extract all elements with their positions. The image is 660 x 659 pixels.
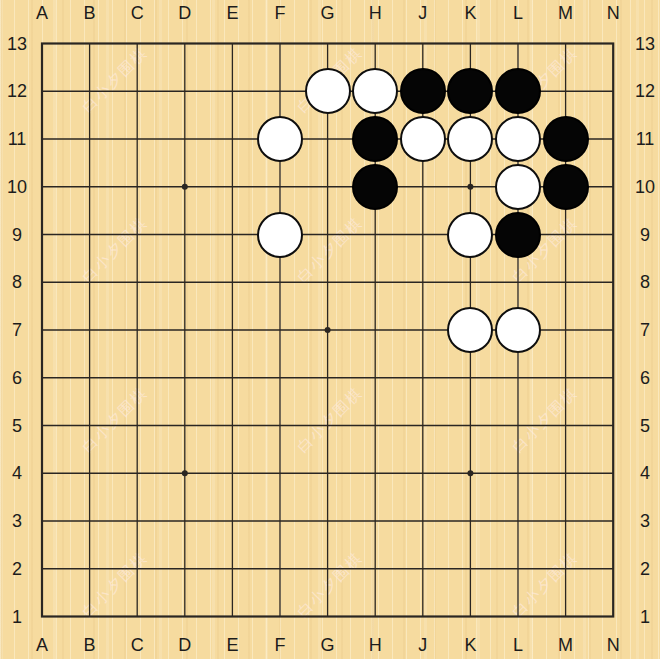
intersection-F6[interactable] [256,354,304,402]
intersection-C13[interactable] [113,20,161,68]
intersection-E4[interactable] [209,449,257,497]
intersection-N2[interactable] [589,545,637,593]
intersection-F4[interactable] [256,449,304,497]
row-label-right-3: 3 [640,512,650,530]
intersection-G7[interactable] [304,306,352,354]
intersection-L7[interactable] [494,306,542,354]
intersection-C12[interactable] [113,67,161,115]
stone-black-L12[interactable] [495,68,541,114]
intersection-G1[interactable] [304,593,352,641]
intersection-B5[interactable] [66,402,114,450]
intersection-M9[interactable] [542,211,590,259]
intersection-N3[interactable] [589,497,637,545]
intersection-A12[interactable] [18,67,66,115]
intersection-M11[interactable] [542,115,590,163]
row-label-right-1: 1 [640,608,650,626]
intersection-N12[interactable] [589,67,637,115]
intersection-J13[interactable] [399,20,447,68]
intersection-G13[interactable] [304,20,352,68]
intersection-F9[interactable] [256,211,304,259]
intersection-H10[interactable] [351,163,399,211]
intersection-L9[interactable] [494,211,542,259]
intersection-F2[interactable] [256,545,304,593]
intersection-F3[interactable] [256,497,304,545]
intersection-L11[interactable] [494,115,542,163]
row-label-right-4: 4 [640,464,650,482]
intersection-F7[interactable] [256,306,304,354]
intersection-F8[interactable] [256,258,304,306]
intersection-B2[interactable] [66,545,114,593]
intersection-J4[interactable] [399,449,447,497]
intersection-D1[interactable] [161,593,209,641]
intersection-E8[interactable] [209,258,257,306]
intersection-D3[interactable] [161,497,209,545]
stone-white-J11[interactable] [400,116,446,162]
intersection-M12[interactable] [542,67,590,115]
intersection-E2[interactable] [209,545,257,593]
intersection-N13[interactable] [589,20,637,68]
intersection-A8[interactable] [18,258,66,306]
intersection-D7[interactable] [161,306,209,354]
intersection-D4[interactable] [161,449,209,497]
stone-white-L7[interactable] [495,307,541,353]
intersection-J2[interactable] [399,545,447,593]
row-label-right-6: 6 [640,369,650,387]
intersection-E1[interactable] [209,593,257,641]
intersection-M6[interactable] [542,354,590,402]
intersection-L10[interactable] [494,163,542,211]
intersection-K2[interactable] [447,545,495,593]
intersection-L3[interactable] [494,497,542,545]
intersection-B11[interactable] [66,115,114,163]
row-label-right-2: 2 [640,560,650,578]
intersection-H2[interactable] [351,545,399,593]
intersection-K12[interactable] [447,67,495,115]
intersection-G9[interactable] [304,211,352,259]
stone-black-M11[interactable] [543,116,589,162]
intersection-L5[interactable] [494,402,542,450]
stone-white-L10[interactable] [495,164,541,210]
intersection-M4[interactable] [542,449,590,497]
row-label-right-11: 11 [636,130,655,148]
intersection-N6[interactable] [589,354,637,402]
stone-black-M10[interactable] [543,164,589,210]
intersection-G10[interactable] [304,163,352,211]
intersection-E9[interactable] [209,211,257,259]
intersection-M10[interactable] [542,163,590,211]
intersection-B10[interactable] [66,163,114,211]
intersection-M1[interactable] [542,593,590,641]
intersection-F12[interactable] [256,67,304,115]
intersection-B7[interactable] [66,306,114,354]
intersection-J1[interactable] [399,593,447,641]
intersection-H8[interactable] [351,258,399,306]
intersection-B12[interactable] [66,67,114,115]
intersection-M3[interactable] [542,497,590,545]
intersection-A5[interactable] [18,402,66,450]
stone-black-H11[interactable] [352,116,398,162]
intersection-A6[interactable] [18,354,66,402]
intersection-A2[interactable] [18,545,66,593]
intersection-D13[interactable] [161,20,209,68]
stone-white-G12[interactable] [305,68,351,114]
intersection-H4[interactable] [351,449,399,497]
intersection-C10[interactable] [113,163,161,211]
intersection-E11[interactable] [209,115,257,163]
intersection-G8[interactable] [304,258,352,306]
intersection-H11[interactable] [351,115,399,163]
intersection-G11[interactable] [304,115,352,163]
intersection-D8[interactable] [161,258,209,306]
intersection-N7[interactable] [589,306,637,354]
intersection-L1[interactable] [494,593,542,641]
intersection-D12[interactable] [161,67,209,115]
stone-black-L9[interactable] [495,212,541,258]
intersection-J10[interactable] [399,163,447,211]
intersection-K4[interactable] [447,449,495,497]
intersection-J6[interactable] [399,354,447,402]
intersection-L8[interactable] [494,258,542,306]
intersection-D6[interactable] [161,354,209,402]
intersection-H6[interactable] [351,354,399,402]
intersection-K11[interactable] [447,115,495,163]
intersection-L12[interactable] [494,67,542,115]
intersection-K3[interactable] [447,497,495,545]
intersection-A7[interactable] [18,306,66,354]
intersection-E12[interactable] [209,67,257,115]
intersection-N11[interactable] [589,115,637,163]
intersection-E10[interactable] [209,163,257,211]
intersection-G4[interactable] [304,449,352,497]
intersection-H7[interactable] [351,306,399,354]
intersection-K5[interactable] [447,402,495,450]
intersection-F11[interactable] [256,115,304,163]
intersection-A9[interactable] [18,211,66,259]
intersection-N1[interactable] [589,593,637,641]
intersection-B3[interactable] [66,497,114,545]
intersection-H9[interactable] [351,211,399,259]
intersection-C3[interactable] [113,497,161,545]
intersection-C8[interactable] [113,258,161,306]
intersection-G3[interactable] [304,497,352,545]
intersection-J11[interactable] [399,115,447,163]
intersection-H3[interactable] [351,497,399,545]
intersection-H1[interactable] [351,593,399,641]
stone-white-H12[interactable] [352,68,398,114]
stone-black-H10[interactable] [352,164,398,210]
intersection-N10[interactable] [589,163,637,211]
intersection-B13[interactable] [66,20,114,68]
row-label-right-5: 5 [640,417,650,435]
stone-black-J12[interactable] [400,68,446,114]
intersection-K7[interactable] [447,306,495,354]
intersection-D11[interactable] [161,115,209,163]
intersection-K13[interactable] [447,20,495,68]
stone-black-K12[interactable] [447,68,493,114]
intersection-K9[interactable] [447,211,495,259]
intersection-D10[interactable] [161,163,209,211]
intersection-C4[interactable] [113,449,161,497]
intersection-E3[interactable] [209,497,257,545]
intersection-F13[interactable] [256,20,304,68]
intersection-H5[interactable] [351,402,399,450]
intersection-J7[interactable] [399,306,447,354]
intersection-L13[interactable] [494,20,542,68]
intersection-E13[interactable] [209,20,257,68]
intersection-E5[interactable] [209,402,257,450]
intersection-E7[interactable] [209,306,257,354]
intersection-G6[interactable] [304,354,352,402]
intersection-F5[interactable] [256,402,304,450]
intersection-N5[interactable] [589,402,637,450]
stone-white-F9[interactable] [257,212,303,258]
intersection-N4[interactable] [589,449,637,497]
intersection-C1[interactable] [113,593,161,641]
intersection-L2[interactable] [494,545,542,593]
intersection-K10[interactable] [447,163,495,211]
intersection-A11[interactable] [18,115,66,163]
stone-white-K11[interactable] [447,116,493,162]
row-label-right-7: 7 [640,321,650,339]
intersection-C5[interactable] [113,402,161,450]
intersection-A1[interactable] [18,593,66,641]
intersection-E6[interactable] [209,354,257,402]
intersection-D9[interactable] [161,211,209,259]
intersection-B8[interactable] [66,258,114,306]
intersection-A4[interactable] [18,449,66,497]
intersection-J9[interactable] [399,211,447,259]
intersection-L4[interactable] [494,449,542,497]
go-board: 白小夕围棋白小夕围棋白小夕围棋白小夕围棋白小夕围棋白小夕围棋白小夕围棋白小夕围棋… [0,0,660,659]
intersection-K8[interactable] [447,258,495,306]
intersection-G5[interactable] [304,402,352,450]
intersection-C11[interactable] [113,115,161,163]
intersection-B1[interactable] [66,593,114,641]
intersection-B4[interactable] [66,449,114,497]
intersection-J12[interactable] [399,67,447,115]
intersection-J8[interactable] [399,258,447,306]
intersection-H13[interactable] [351,20,399,68]
intersection-F10[interactable] [256,163,304,211]
stone-white-L11[interactable] [495,116,541,162]
row-label-right-9: 9 [640,226,650,244]
intersection-D2[interactable] [161,545,209,593]
row-label-right-13: 13 [635,35,655,53]
intersection-J5[interactable] [399,402,447,450]
intersection-K1[interactable] [447,593,495,641]
stone-white-K9[interactable] [447,212,493,258]
intersection-C7[interactable] [113,306,161,354]
row-label-right-12: 12 [635,82,655,100]
intersection-C9[interactable] [113,211,161,259]
intersection-J3[interactable] [399,497,447,545]
intersection-B9[interactable] [66,211,114,259]
intersection-A13[interactable] [18,20,66,68]
intersection-M13[interactable] [542,20,590,68]
intersection-G2[interactable] [304,545,352,593]
intersection-L6[interactable] [494,354,542,402]
intersection-M7[interactable] [542,306,590,354]
intersection-C6[interactable] [113,354,161,402]
intersection-C2[interactable] [113,545,161,593]
intersection-D5[interactable] [161,402,209,450]
intersection-A10[interactable] [18,163,66,211]
intersection-M5[interactable] [542,402,590,450]
intersection-N8[interactable] [589,258,637,306]
intersection-F1[interactable] [256,593,304,641]
intersection-G12[interactable] [304,67,352,115]
intersection-grid [18,20,637,641]
intersection-N9[interactable] [589,211,637,259]
stone-white-F11[interactable] [257,116,303,162]
intersection-H12[interactable] [351,67,399,115]
stone-white-K7[interactable] [447,307,493,353]
intersection-A3[interactable] [18,497,66,545]
row-label-right-10: 10 [635,178,655,196]
intersection-K6[interactable] [447,354,495,402]
intersection-M2[interactable] [542,545,590,593]
intersection-M8[interactable] [542,258,590,306]
intersection-B6[interactable] [66,354,114,402]
row-label-right-8: 8 [640,273,650,291]
